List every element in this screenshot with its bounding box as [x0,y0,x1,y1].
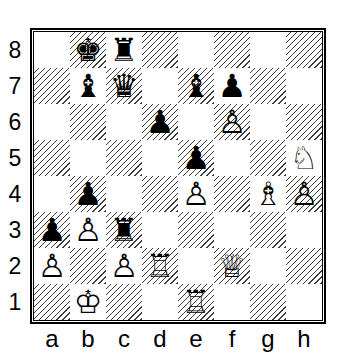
file-label-c: c [106,324,142,358]
square-d7[interactable] [142,68,178,104]
square-a7[interactable] [34,68,70,104]
rank-label-4: 4 [9,176,22,212]
file-label-g: g [250,324,286,358]
square-b1[interactable]: ♔ [70,284,106,320]
square-c2[interactable]: ♙ [106,248,142,284]
square-f3[interactable] [214,212,250,248]
rank-label-2: 2 [9,248,22,284]
square-h2[interactable] [286,248,322,284]
square-c3[interactable]: ♜ [106,212,142,248]
rank-label-6: 6 [9,104,22,140]
square-a6[interactable] [34,104,70,140]
square-d4[interactable] [142,176,178,212]
rank-label-8: 8 [9,32,22,68]
square-a5[interactable] [34,140,70,176]
rank-labels: 87654321 [0,28,30,324]
piece-white-pawn-a2: ♙ [34,248,70,284]
rank-label-7: 7 [9,68,22,104]
square-e3[interactable] [178,212,214,248]
piece-black-king-b8: ♚ [70,32,106,68]
rank-label-3: 3 [9,212,22,248]
piece-white-pawn-b3: ♙ [70,212,106,248]
square-a1[interactable] [34,284,70,320]
square-f2[interactable]: ♕ [214,248,250,284]
square-g1[interactable] [250,284,286,320]
square-f6[interactable]: ♙ [214,104,250,140]
file-label-e: e [178,324,214,358]
piece-white-pawn-e4: ♙ [178,176,214,212]
piece-black-rook-c3: ♜ [106,212,142,248]
piece-black-pawn-f7: ♟ [214,68,250,104]
piece-white-king-b1: ♔ [70,284,106,320]
square-c7[interactable]: ♛ [106,68,142,104]
square-h7[interactable] [286,68,322,104]
chess-board: ♚♜♝♛♝♟♟♙♟♘♟♙♗♙♟♙♜♙♙♖♕♔♖ [33,31,323,321]
square-f5[interactable] [214,140,250,176]
square-e2[interactable] [178,248,214,284]
square-h6[interactable] [286,104,322,140]
square-b3[interactable]: ♙ [70,212,106,248]
square-f1[interactable] [214,284,250,320]
piece-white-pawn-c2: ♙ [106,248,142,284]
piece-white-knight-h5: ♘ [286,140,322,176]
file-label-d: d [142,324,178,358]
square-c8[interactable]: ♜ [106,32,142,68]
piece-white-bishop-g4: ♗ [250,176,286,212]
piece-white-rook-e1: ♖ [178,284,214,320]
piece-black-bishop-e7: ♝ [178,68,214,104]
piece-black-rook-c8: ♜ [106,32,142,68]
square-e6[interactable] [178,104,214,140]
square-e8[interactable] [178,32,214,68]
square-d5[interactable] [142,140,178,176]
square-g7[interactable] [250,68,286,104]
square-c5[interactable] [106,140,142,176]
square-h5[interactable]: ♘ [286,140,322,176]
square-h3[interactable] [286,212,322,248]
square-e5[interactable]: ♟ [178,140,214,176]
square-h4[interactable]: ♙ [286,176,322,212]
square-b7[interactable]: ♝ [70,68,106,104]
square-e4[interactable]: ♙ [178,176,214,212]
square-g2[interactable] [250,248,286,284]
square-g4[interactable]: ♗ [250,176,286,212]
piece-black-pawn-b4: ♟ [70,176,106,212]
piece-white-queen-f2: ♕ [214,248,250,284]
square-h1[interactable] [286,284,322,320]
square-d8[interactable] [142,32,178,68]
square-g6[interactable] [250,104,286,140]
square-a3[interactable]: ♟ [34,212,70,248]
square-a8[interactable] [34,32,70,68]
rank-label-5: 5 [9,140,22,176]
square-b4[interactable]: ♟ [70,176,106,212]
square-e7[interactable]: ♝ [178,68,214,104]
file-label-h: h [286,324,322,358]
square-g8[interactable] [250,32,286,68]
piece-white-pawn-f6: ♙ [214,104,250,140]
square-e1[interactable]: ♖ [178,284,214,320]
square-c1[interactable] [106,284,142,320]
file-label-a: a [34,324,70,358]
square-b2[interactable] [70,248,106,284]
piece-black-bishop-b7: ♝ [70,68,106,104]
piece-black-pawn-e5: ♟ [178,140,214,176]
square-b6[interactable] [70,104,106,140]
square-a2[interactable]: ♙ [34,248,70,284]
square-f4[interactable] [214,176,250,212]
piece-white-rook-d2: ♖ [142,248,178,284]
square-g5[interactable] [250,140,286,176]
piece-black-pawn-a3: ♟ [34,212,70,248]
square-b5[interactable] [70,140,106,176]
board-frame: ♚♜♝♛♝♟♟♙♟♘♟♙♗♙♟♙♜♙♙♖♕♔♖ [30,28,326,324]
file-label-b: b [70,324,106,358]
square-d3[interactable] [142,212,178,248]
chess-diagram: 87654321 ♚♜♝♛♝♟♟♙♟♘♟♙♗♙♟♙♜♙♙♖♕♔♖ abcdefg… [0,28,326,358]
square-g3[interactable] [250,212,286,248]
square-d6[interactable]: ♟ [142,104,178,140]
square-c6[interactable] [106,104,142,140]
piece-black-pawn-d6: ♟ [142,104,178,140]
square-a4[interactable] [34,176,70,212]
piece-black-queen-c7: ♛ [106,68,142,104]
square-d1[interactable] [142,284,178,320]
square-f8[interactable] [214,32,250,68]
file-label-f: f [214,324,250,358]
square-c4[interactable] [106,176,142,212]
square-d2[interactable]: ♖ [142,248,178,284]
square-b8[interactable]: ♚ [70,32,106,68]
file-labels: abcdefgh [30,324,326,358]
square-h8[interactable] [286,32,322,68]
rank-label-1: 1 [9,284,22,320]
piece-white-pawn-h4: ♙ [286,176,322,212]
square-f7[interactable]: ♟ [214,68,250,104]
